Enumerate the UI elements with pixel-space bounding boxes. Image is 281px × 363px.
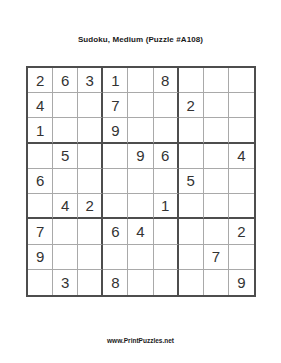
cell-r9c9: 9 <box>229 270 254 295</box>
cell-r2c2[interactable] <box>53 93 78 118</box>
cell-r6c6: 1 <box>154 194 179 219</box>
cell-r7c3[interactable] <box>78 219 103 244</box>
cell-r5c1: 6 <box>28 169 53 194</box>
cell-r7c1: 7 <box>28 219 53 244</box>
cell-r9c7[interactable] <box>179 270 204 295</box>
cell-r5c7: 5 <box>179 169 204 194</box>
cell-r1c3: 3 <box>78 68 103 93</box>
cell-r8c4[interactable] <box>103 245 128 270</box>
cell-r7c6[interactable] <box>154 219 179 244</box>
cell-r8c2[interactable] <box>53 245 78 270</box>
cell-r1c7[interactable] <box>179 68 204 93</box>
cell-r5c9[interactable] <box>229 169 254 194</box>
footer-site-text: www.PrintPuzzles.net <box>0 337 281 344</box>
cell-r6c4[interactable] <box>103 194 128 219</box>
cell-r8c9[interactable] <box>229 245 254 270</box>
sudoku-grid: 2631847219596465421764297389 <box>26 66 256 297</box>
cell-r7c2[interactable] <box>53 219 78 244</box>
cell-r8c3[interactable] <box>78 245 103 270</box>
cell-r2c7: 2 <box>179 93 204 118</box>
cell-r6c7[interactable] <box>179 194 204 219</box>
cell-r1c5[interactable] <box>128 68 153 93</box>
cell-r4c9: 4 <box>229 144 254 169</box>
cell-r6c8[interactable] <box>204 194 229 219</box>
cell-r6c1[interactable] <box>28 194 53 219</box>
cell-r1c8[interactable] <box>204 68 229 93</box>
cell-r2c6[interactable] <box>154 93 179 118</box>
cell-r6c2: 4 <box>53 194 78 219</box>
cell-r2c3[interactable] <box>78 93 103 118</box>
cell-r9c1[interactable] <box>28 270 53 295</box>
cell-r1c1: 2 <box>28 68 53 93</box>
cell-r7c5: 4 <box>128 219 153 244</box>
cell-r9c3[interactable] <box>78 270 103 295</box>
cell-r3c3[interactable] <box>78 118 103 143</box>
cell-r1c9[interactable] <box>229 68 254 93</box>
sudoku-page: Sudoku, Medium (Puzzle #A108) 2631847219… <box>0 0 281 363</box>
cell-r3c1: 1 <box>28 118 53 143</box>
cell-r3c6[interactable] <box>154 118 179 143</box>
cell-r4c1[interactable] <box>28 144 53 169</box>
cell-r2c5[interactable] <box>128 93 153 118</box>
cell-r3c8[interactable] <box>204 118 229 143</box>
cell-r9c6[interactable] <box>154 270 179 295</box>
cell-r3c5[interactable] <box>128 118 153 143</box>
cell-r9c4: 8 <box>103 270 128 295</box>
cell-r7c8[interactable] <box>204 219 229 244</box>
page-title: Sudoku, Medium (Puzzle #A108) <box>0 35 281 44</box>
cell-r4c8[interactable] <box>204 144 229 169</box>
cell-r4c4[interactable] <box>103 144 128 169</box>
cell-r8c8: 7 <box>204 245 229 270</box>
cell-r3c9[interactable] <box>229 118 254 143</box>
cell-r7c7[interactable] <box>179 219 204 244</box>
cell-r3c4: 9 <box>103 118 128 143</box>
cell-r4c2: 5 <box>53 144 78 169</box>
cell-r6c9[interactable] <box>229 194 254 219</box>
cell-r8c6[interactable] <box>154 245 179 270</box>
cell-r4c3[interactable] <box>78 144 103 169</box>
cell-r3c7[interactable] <box>179 118 204 143</box>
cell-r4c5: 9 <box>128 144 153 169</box>
cell-r2c8[interactable] <box>204 93 229 118</box>
cell-r7c4: 6 <box>103 219 128 244</box>
cell-r5c4[interactable] <box>103 169 128 194</box>
cell-r9c8[interactable] <box>204 270 229 295</box>
cell-r8c1: 9 <box>28 245 53 270</box>
cell-r4c6: 6 <box>154 144 179 169</box>
cell-r4c7[interactable] <box>179 144 204 169</box>
cell-r1c6: 8 <box>154 68 179 93</box>
cell-r6c5[interactable] <box>128 194 153 219</box>
cell-r8c7[interactable] <box>179 245 204 270</box>
cell-r9c2: 3 <box>53 270 78 295</box>
cell-r9c5[interactable] <box>128 270 153 295</box>
cell-r2c1: 4 <box>28 93 53 118</box>
cell-r2c9[interactable] <box>229 93 254 118</box>
cell-r7c9: 2 <box>229 219 254 244</box>
cell-r6c3: 2 <box>78 194 103 219</box>
cell-r3c2[interactable] <box>53 118 78 143</box>
cell-r5c8[interactable] <box>204 169 229 194</box>
cell-r8c5[interactable] <box>128 245 153 270</box>
cell-r1c2: 6 <box>53 68 78 93</box>
cell-r5c2[interactable] <box>53 169 78 194</box>
cell-r5c6[interactable] <box>154 169 179 194</box>
cell-r5c3[interactable] <box>78 169 103 194</box>
cell-r5c5[interactable] <box>128 169 153 194</box>
cell-r1c4: 1 <box>103 68 128 93</box>
cell-r2c4: 7 <box>103 93 128 118</box>
